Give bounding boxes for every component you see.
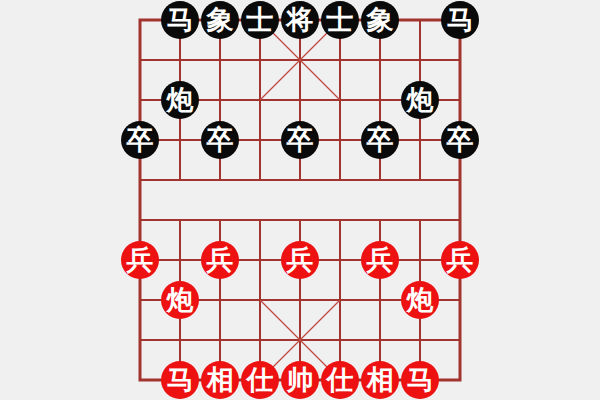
piece-black-general[interactable]: 将 <box>281 1 319 39</box>
piece-red-elephant[interactable]: 相 <box>201 361 239 399</box>
piece-red-cannon[interactable]: 炮 <box>161 281 199 319</box>
piece-red-advisor[interactable]: 仕 <box>321 361 359 399</box>
piece-red-advisor[interactable]: 仕 <box>241 361 279 399</box>
piece-black-cannon[interactable]: 炮 <box>401 81 439 119</box>
piece-red-horse[interactable]: 马 <box>401 361 439 399</box>
xiangqi-board: 马象士将士象马炮炮卒卒卒卒卒兵兵兵兵兵炮炮马相仕帅仕相马 <box>0 0 600 400</box>
piece-black-soldier[interactable]: 卒 <box>201 121 239 159</box>
piece-black-cannon[interactable]: 炮 <box>161 81 199 119</box>
piece-black-soldier[interactable]: 卒 <box>441 121 479 159</box>
pieces-layer: 马象士将士象马炮炮卒卒卒卒卒兵兵兵兵兵炮炮马相仕帅仕相马 <box>120 0 480 400</box>
piece-black-elephant[interactable]: 象 <box>201 1 239 39</box>
piece-black-horse[interactable]: 马 <box>441 1 479 39</box>
piece-black-horse[interactable]: 马 <box>161 1 199 39</box>
piece-red-general[interactable]: 帅 <box>281 361 319 399</box>
piece-red-soldier[interactable]: 兵 <box>201 241 239 279</box>
piece-red-soldier[interactable]: 兵 <box>121 241 159 279</box>
piece-red-soldier[interactable]: 兵 <box>361 241 399 279</box>
piece-black-soldier[interactable]: 卒 <box>281 121 319 159</box>
piece-black-elephant[interactable]: 象 <box>361 1 399 39</box>
piece-red-elephant[interactable]: 相 <box>361 361 399 399</box>
piece-red-soldier[interactable]: 兵 <box>281 241 319 279</box>
piece-black-advisor[interactable]: 士 <box>321 1 359 39</box>
piece-red-soldier[interactable]: 兵 <box>441 241 479 279</box>
piece-black-advisor[interactable]: 士 <box>241 1 279 39</box>
piece-black-soldier[interactable]: 卒 <box>361 121 399 159</box>
piece-black-soldier[interactable]: 卒 <box>121 121 159 159</box>
piece-red-horse[interactable]: 马 <box>161 361 199 399</box>
piece-red-cannon[interactable]: 炮 <box>401 281 439 319</box>
